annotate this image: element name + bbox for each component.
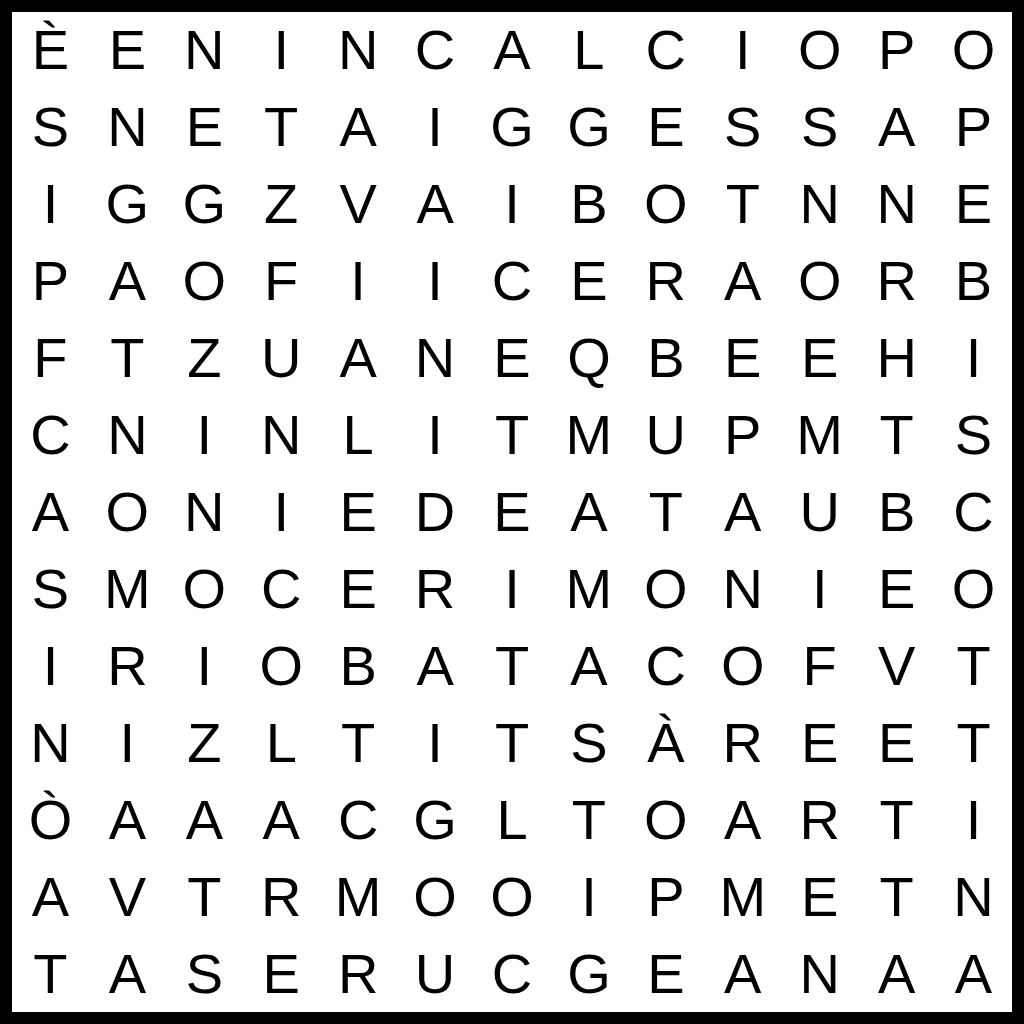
grid-cell-r3-c4[interactable]: Z [243, 166, 320, 243]
grid-cell-r12-c3[interactable]: T [166, 858, 243, 935]
grid-cell-r9-c2[interactable]: R [89, 627, 166, 704]
grid-cell-r11-c2[interactable]: A [89, 781, 166, 858]
grid-cell-r6-c1[interactable]: C [12, 397, 89, 474]
grid-cell-r8-c4[interactable]: C [243, 550, 320, 627]
grid-cell-r8-c3[interactable]: O [166, 550, 243, 627]
grid-cell-r3-c7[interactable]: I [474, 166, 551, 243]
grid-cell-r5-c10[interactable]: E [704, 320, 781, 397]
grid-cell-r13-c8[interactable]: G [550, 935, 627, 1012]
grid-cell-r2-c6[interactable]: I [397, 89, 474, 166]
grid-cell-r5-c7[interactable]: E [474, 320, 551, 397]
grid-cell-r10-c1[interactable]: N [12, 704, 89, 781]
grid-cell-r7-c10[interactable]: A [704, 474, 781, 551]
grid-cell-r5-c11[interactable]: E [781, 320, 858, 397]
grid-cell-r8-c6[interactable]: R [397, 550, 474, 627]
grid-cell-r4-c12[interactable]: R [858, 243, 935, 320]
grid-cell-r4-c6[interactable]: I [397, 243, 474, 320]
grid-cell-r4-c10[interactable]: A [704, 243, 781, 320]
grid-cell-r9-c10[interactable]: O [704, 627, 781, 704]
grid-cell-r13-c11[interactable]: N [781, 935, 858, 1012]
grid-cell-r3-c10[interactable]: T [704, 166, 781, 243]
grid-cell-r11-c8[interactable]: T [550, 781, 627, 858]
grid-cell-r1-c2[interactable]: E [89, 12, 166, 89]
grid-cell-r6-c3[interactable]: I [166, 397, 243, 474]
grid-cell-r1-c3[interactable]: N [166, 12, 243, 89]
word-search-page: ÈENINCALCIOPOSNETAIGGESSAPIGGZVAIBOTNNEP… [0, 0, 1024, 1024]
grid-cell-r3-c1[interactable]: I [12, 166, 89, 243]
grid-cell-r3-c5[interactable]: V [320, 166, 397, 243]
grid-cell-r2-c4[interactable]: T [243, 89, 320, 166]
grid-cell-r10-c9[interactable]: À [627, 704, 704, 781]
grid-cell-r12-c5[interactable]: M [320, 858, 397, 935]
grid-cell-r4-c7[interactable]: C [474, 243, 551, 320]
grid-cell-r2-c3[interactable]: E [166, 89, 243, 166]
grid-cell-r13-c6[interactable]: U [397, 935, 474, 1012]
grid-cell-r8-c5[interactable]: E [320, 550, 397, 627]
grid-cell-r7-c2[interactable]: O [89, 474, 166, 551]
grid-cell-r3-c6[interactable]: A [397, 166, 474, 243]
grid-cell-r5-c3[interactable]: Z [166, 320, 243, 397]
grid-cell-r7-c8[interactable]: A [550, 474, 627, 551]
grid-cell-r12-c9[interactable]: P [627, 858, 704, 935]
grid-cell-r11-c13[interactable]: I [935, 781, 1012, 858]
grid-cell-r12-c2[interactable]: V [89, 858, 166, 935]
grid-cell-r8-c10[interactable]: N [704, 550, 781, 627]
grid-cell-r4-c8[interactable]: E [550, 243, 627, 320]
grid-cell-r9-c7[interactable]: T [474, 627, 551, 704]
grid-cell-r11-c5[interactable]: C [320, 781, 397, 858]
grid-cell-r5-c4[interactable]: U [243, 320, 320, 397]
grid-cell-r8-c13[interactable]: O [935, 550, 1012, 627]
grid-cell-r2-c8[interactable]: G [550, 89, 627, 166]
grid-cell-r3-c9[interactable]: O [627, 166, 704, 243]
grid-cell-r2-c5[interactable]: A [320, 89, 397, 166]
grid-cell-r11-c3[interactable]: A [166, 781, 243, 858]
grid-cell-r3-c12[interactable]: N [858, 166, 935, 243]
grid-cell-r4-c9[interactable]: R [627, 243, 704, 320]
grid-cell-r12-c6[interactable]: O [397, 858, 474, 935]
grid-cell-r11-c6[interactable]: G [397, 781, 474, 858]
grid-cell-r7-c7[interactable]: E [474, 474, 551, 551]
grid-cell-r6-c12[interactable]: T [858, 397, 935, 474]
grid-cell-r10-c11[interactable]: E [781, 704, 858, 781]
grid-cell-r9-c8[interactable]: A [550, 627, 627, 704]
grid-cell-r1-c9[interactable]: C [627, 12, 704, 89]
grid-cell-r11-c1[interactable]: Ò [12, 781, 89, 858]
grid-cell-r10-c3[interactable]: Z [166, 704, 243, 781]
grid-cell-r13-c2[interactable]: A [89, 935, 166, 1012]
grid-cell-r13-c9[interactable]: E [627, 935, 704, 1012]
grid-cell-r13-c7[interactable]: C [474, 935, 551, 1012]
grid-cell-r2-c11[interactable]: S [781, 89, 858, 166]
grid-cell-r6-c4[interactable]: N [243, 397, 320, 474]
grid-cell-r1-c8[interactable]: L [550, 12, 627, 89]
grid-cell-r11-c12[interactable]: T [858, 781, 935, 858]
grid-cell-r1-c1[interactable]: È [12, 12, 89, 89]
grid-cell-r10-c7[interactable]: T [474, 704, 551, 781]
grid-cell-r6-c10[interactable]: P [704, 397, 781, 474]
grid-cell-r7-c13[interactable]: C [935, 474, 1012, 551]
grid-cell-r6-c2[interactable]: N [89, 397, 166, 474]
grid-cell-r11-c10[interactable]: A [704, 781, 781, 858]
grid-cell-r1-c12[interactable]: P [858, 12, 935, 89]
grid-cell-r8-c2[interactable]: M [89, 550, 166, 627]
grid-cell-r1-c7[interactable]: A [474, 12, 551, 89]
grid-cell-r2-c1[interactable]: S [12, 89, 89, 166]
grid-cell-r12-c12[interactable]: T [858, 858, 935, 935]
grid-cell-r3-c11[interactable]: N [781, 166, 858, 243]
grid-cell-r8-c7[interactable]: I [474, 550, 551, 627]
grid-cell-r13-c13[interactable]: A [935, 935, 1012, 1012]
grid-cell-r13-c10[interactable]: A [704, 935, 781, 1012]
grid-cell-r6-c8[interactable]: M [550, 397, 627, 474]
grid-cell-r9-c5[interactable]: B [320, 627, 397, 704]
grid-cell-r6-c7[interactable]: T [474, 397, 551, 474]
grid-cell-r6-c5[interactable]: L [320, 397, 397, 474]
grid-cell-r4-c5[interactable]: I [320, 243, 397, 320]
grid-cell-r10-c10[interactable]: R [704, 704, 781, 781]
grid-cell-r1-c11[interactable]: O [781, 12, 858, 89]
grid-cell-r10-c12[interactable]: E [858, 704, 935, 781]
grid-cell-r5-c6[interactable]: N [397, 320, 474, 397]
grid-cell-r4-c11[interactable]: O [781, 243, 858, 320]
grid-cell-r9-c1[interactable]: I [12, 627, 89, 704]
grid-cell-r5-c2[interactable]: T [89, 320, 166, 397]
grid-cell-r10-c2[interactable]: I [89, 704, 166, 781]
grid-cell-r2-c13[interactable]: P [935, 89, 1012, 166]
grid-cell-r13-c4[interactable]: E [243, 935, 320, 1012]
grid-cell-r9-c13[interactable]: T [935, 627, 1012, 704]
grid-cell-r7-c9[interactable]: T [627, 474, 704, 551]
grid-cell-r8-c8[interactable]: M [550, 550, 627, 627]
grid-cell-r12-c8[interactable]: I [550, 858, 627, 935]
grid-cell-r2-c2[interactable]: N [89, 89, 166, 166]
grid-cell-r4-c2[interactable]: A [89, 243, 166, 320]
grid-cell-r13-c1[interactable]: T [12, 935, 89, 1012]
grid-cell-r13-c3[interactable]: S [166, 935, 243, 1012]
grid-cell-r2-c9[interactable]: E [627, 89, 704, 166]
grid-cell-r5-c13[interactable]: I [935, 320, 1012, 397]
grid-cell-r7-c5[interactable]: E [320, 474, 397, 551]
grid-cell-r10-c5[interactable]: T [320, 704, 397, 781]
grid-cell-r12-c13[interactable]: N [935, 858, 1012, 935]
grid-cell-r5-c12[interactable]: H [858, 320, 935, 397]
grid-cell-r10-c8[interactable]: S [550, 704, 627, 781]
grid-cell-r6-c13[interactable]: S [935, 397, 1012, 474]
grid-cell-r7-c12[interactable]: B [858, 474, 935, 551]
grid-cell-r1-c10[interactable]: I [704, 12, 781, 89]
grid-cell-r4-c4[interactable]: F [243, 243, 320, 320]
grid-cell-r5-c5[interactable]: A [320, 320, 397, 397]
grid-cell-r1-c13[interactable]: O [935, 12, 1012, 89]
grid-cell-r8-c1[interactable]: S [12, 550, 89, 627]
grid-cell-r3-c8[interactable]: B [550, 166, 627, 243]
grid-cell-r9-c4[interactable]: O [243, 627, 320, 704]
grid-cell-r1-c5[interactable]: N [320, 12, 397, 89]
grid-cell-r3-c13[interactable]: E [935, 166, 1012, 243]
grid-cell-r3-c2[interactable]: G [89, 166, 166, 243]
grid-cell-r12-c4[interactable]: R [243, 858, 320, 935]
grid-cell-r4-c1[interactable]: P [12, 243, 89, 320]
grid-cell-r5-c1[interactable]: F [12, 320, 89, 397]
grid-cell-r3-c3[interactable]: G [166, 166, 243, 243]
grid-cell-r11-c11[interactable]: R [781, 781, 858, 858]
grid-cell-r10-c13[interactable]: T [935, 704, 1012, 781]
grid-cell-r12-c7[interactable]: O [474, 858, 551, 935]
grid-cell-r9-c11[interactable]: F [781, 627, 858, 704]
grid-cell-r10-c4[interactable]: L [243, 704, 320, 781]
grid-cell-r12-c1[interactable]: A [12, 858, 89, 935]
grid-cell-r11-c7[interactable]: L [474, 781, 551, 858]
grid-cell-r8-c9[interactable]: O [627, 550, 704, 627]
grid-cell-r2-c10[interactable]: S [704, 89, 781, 166]
grid-cell-r11-c9[interactable]: O [627, 781, 704, 858]
grid-cell-r7-c4[interactable]: I [243, 474, 320, 551]
grid-cell-r8-c11[interactable]: I [781, 550, 858, 627]
grid-cell-r2-c12[interactable]: A [858, 89, 935, 166]
grid-cell-r13-c5[interactable]: R [320, 935, 397, 1012]
grid-cell-r6-c11[interactable]: M [781, 397, 858, 474]
word-search-grid: ÈENINCALCIOPOSNETAIGGESSAPIGGZVAIBOTNNEP… [0, 0, 1024, 1024]
grid-cell-r6-c9[interactable]: U [627, 397, 704, 474]
grid-cell-r2-c7[interactable]: G [474, 89, 551, 166]
grid-cell-r9-c6[interactable]: A [397, 627, 474, 704]
grid-cell-r5-c8[interactable]: Q [550, 320, 627, 397]
grid-cell-r7-c6[interactable]: D [397, 474, 474, 551]
grid-cell-r1-c4[interactable]: I [243, 12, 320, 89]
grid-cell-r9-c12[interactable]: V [858, 627, 935, 704]
grid-cell-r6-c6[interactable]: I [397, 397, 474, 474]
grid-cell-r12-c10[interactable]: M [704, 858, 781, 935]
grid-cell-r11-c4[interactable]: A [243, 781, 320, 858]
grid-cell-r12-c11[interactable]: E [781, 858, 858, 935]
grid-cell-r4-c13[interactable]: B [935, 243, 1012, 320]
grid-cell-r13-c12[interactable]: A [858, 935, 935, 1012]
grid-cell-r8-c12[interactable]: E [858, 550, 935, 627]
grid-cell-r10-c6[interactable]: I [397, 704, 474, 781]
grid-cell-r5-c9[interactable]: B [627, 320, 704, 397]
grid-cell-r9-c3[interactable]: I [166, 627, 243, 704]
grid-cell-r7-c1[interactable]: A [12, 474, 89, 551]
grid-cell-r9-c9[interactable]: C [627, 627, 704, 704]
grid-cell-r4-c3[interactable]: O [166, 243, 243, 320]
grid-cell-r7-c11[interactable]: U [781, 474, 858, 551]
grid-cell-r7-c3[interactable]: N [166, 474, 243, 551]
grid-cell-r1-c6[interactable]: C [397, 12, 474, 89]
